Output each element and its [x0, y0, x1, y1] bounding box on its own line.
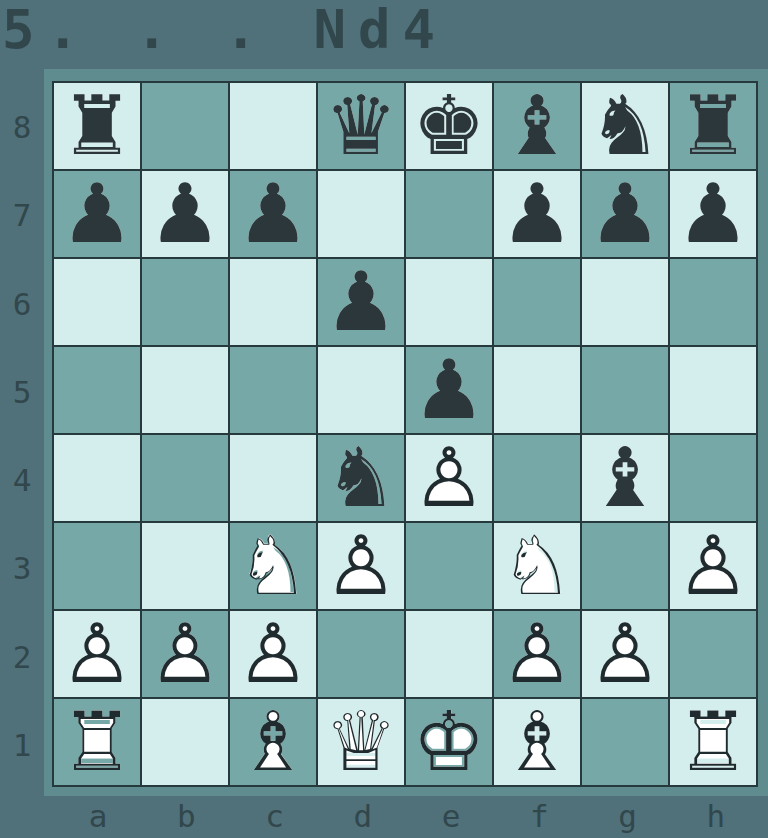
white-queen-outline-layer: ♕ — [318, 699, 404, 785]
white-king-outline-layer: ♔ — [406, 699, 492, 785]
piece-white-pawn-icon[interactable]: ♟♙ — [54, 611, 140, 697]
square-g8[interactable]: ♞♞ — [582, 83, 668, 169]
black-rook-outline-layer: ♜ — [670, 83, 756, 169]
square-a3[interactable] — [54, 523, 140, 609]
square-b3[interactable] — [142, 523, 228, 609]
square-g4[interactable]: ♝♝ — [582, 435, 668, 521]
square-c5[interactable] — [230, 347, 316, 433]
square-f1[interactable]: ♝♗ — [494, 699, 580, 785]
file-labels: abcdefgh — [54, 796, 760, 836]
piece-black-pawn-icon[interactable]: ♟♟ — [494, 171, 580, 257]
square-c3[interactable]: ♞♘ — [230, 523, 316, 609]
rank-label-3: 3 — [0, 524, 44, 612]
piece-white-knight-icon[interactable]: ♞♘ — [230, 523, 316, 609]
square-g1[interactable] — [582, 699, 668, 785]
square-f7[interactable]: ♟♟ — [494, 171, 580, 257]
square-e2[interactable] — [406, 611, 492, 697]
square-f6[interactable] — [494, 259, 580, 345]
white-rook-outline-layer: ♖ — [54, 699, 140, 785]
piece-white-pawn-icon[interactable]: ♟♙ — [670, 523, 756, 609]
piece-white-pawn-icon[interactable]: ♟♙ — [318, 523, 404, 609]
square-e3[interactable] — [406, 523, 492, 609]
file-label-b: b — [142, 796, 230, 836]
white-bishop-outline-layer: ♗ — [230, 699, 316, 785]
piece-black-queen-icon[interactable]: ♛♛ — [318, 83, 404, 169]
rank-label-8: 8 — [0, 83, 44, 171]
square-e7[interactable] — [406, 171, 492, 257]
square-a4[interactable] — [54, 435, 140, 521]
black-knight-outline-layer: ♞ — [582, 83, 668, 169]
rank-label-4: 4 — [0, 436, 44, 524]
square-e6[interactable] — [406, 259, 492, 345]
white-pawn-outline-layer: ♙ — [318, 523, 404, 609]
white-pawn-outline-layer: ♙ — [406, 435, 492, 521]
square-e5[interactable]: ♟♟ — [406, 347, 492, 433]
square-c4[interactable] — [230, 435, 316, 521]
file-label-f: f — [495, 796, 583, 836]
piece-white-pawn-icon[interactable]: ♟♙ — [406, 435, 492, 521]
file-label-h: h — [672, 796, 760, 836]
piece-white-queen-icon[interactable]: ♛♕ — [318, 699, 404, 785]
square-a6[interactable] — [54, 259, 140, 345]
square-h7[interactable]: ♟♟ — [670, 171, 756, 257]
white-bishop-outline-layer: ♗ — [494, 699, 580, 785]
square-a2[interactable]: ♟♙ — [54, 611, 140, 697]
piece-white-king-icon[interactable]: ♚♔ — [406, 699, 492, 785]
square-h1[interactable]: ♜♖ — [670, 699, 756, 785]
board-grid: ♜♜♛♛♚♚♝♝♞♞♜♜♟♟♟♟♟♟♟♟♟♟♟♟♟♟♟♟♞♞♟♙♝♝♞♘♟♙♞♘… — [52, 81, 758, 787]
piece-white-bishop-icon[interactable]: ♝♗ — [494, 699, 580, 785]
square-g2[interactable]: ♟♙ — [582, 611, 668, 697]
square-d8[interactable]: ♛♛ — [318, 83, 404, 169]
square-g5[interactable] — [582, 347, 668, 433]
square-b4[interactable] — [142, 435, 228, 521]
square-h4[interactable] — [670, 435, 756, 521]
black-pawn-outline-layer: ♟ — [582, 171, 668, 257]
white-knight-outline-layer: ♘ — [494, 523, 580, 609]
piece-white-pawn-icon[interactable]: ♟♙ — [142, 611, 228, 697]
piece-black-pawn-icon[interactable]: ♟♟ — [406, 347, 492, 433]
square-c7[interactable]: ♟♟ — [230, 171, 316, 257]
square-b6[interactable] — [142, 259, 228, 345]
square-d7[interactable] — [318, 171, 404, 257]
square-h8[interactable]: ♜♜ — [670, 83, 756, 169]
black-bishop-outline-layer: ♝ — [582, 435, 668, 521]
black-bishop-outline-layer: ♝ — [494, 83, 580, 169]
black-pawn-outline-layer: ♟ — [54, 171, 140, 257]
piece-black-knight-icon[interactable]: ♞♞ — [318, 435, 404, 521]
square-h5[interactable] — [670, 347, 756, 433]
piece-white-pawn-icon[interactable]: ♟♙ — [582, 611, 668, 697]
white-pawn-outline-layer: ♙ — [230, 611, 316, 697]
piece-black-knight-icon[interactable]: ♞♞ — [582, 83, 668, 169]
white-knight-outline-layer: ♘ — [230, 523, 316, 609]
piece-black-bishop-icon[interactable]: ♝♝ — [582, 435, 668, 521]
square-b1[interactable] — [142, 699, 228, 785]
square-a8[interactable]: ♜♜ — [54, 83, 140, 169]
square-e1[interactable]: ♚♔ — [406, 699, 492, 785]
white-pawn-outline-layer: ♙ — [670, 523, 756, 609]
black-queen-outline-layer: ♛ — [318, 83, 404, 169]
square-a5[interactable] — [54, 347, 140, 433]
square-d1[interactable]: ♛♕ — [318, 699, 404, 785]
square-g3[interactable] — [582, 523, 668, 609]
black-pawn-outline-layer: ♟ — [670, 171, 756, 257]
square-f5[interactable] — [494, 347, 580, 433]
square-c6[interactable] — [230, 259, 316, 345]
white-pawn-outline-layer: ♙ — [54, 611, 140, 697]
square-h2[interactable] — [670, 611, 756, 697]
black-knight-outline-layer: ♞ — [318, 435, 404, 521]
square-f4[interactable] — [494, 435, 580, 521]
file-label-c: c — [231, 796, 319, 836]
square-b5[interactable] — [142, 347, 228, 433]
square-a1[interactable]: ♜♖ — [54, 699, 140, 785]
square-e8[interactable]: ♚♚ — [406, 83, 492, 169]
piece-black-pawn-icon[interactable]: ♟♟ — [142, 171, 228, 257]
board-frame: ♜♜♛♛♚♚♝♝♞♞♜♜♟♟♟♟♟♟♟♟♟♟♟♟♟♟♟♟♞♞♟♙♝♝♞♘♟♙♞♘… — [44, 69, 768, 796]
page: 5. . . Nd4 87654321 ♜♜♛♛♚♚♝♝♞♞♜♜♟♟♟♟♟♟♟♟… — [0, 0, 768, 838]
square-c1[interactable]: ♝♗ — [230, 699, 316, 785]
piece-black-pawn-icon[interactable]: ♟♟ — [54, 171, 140, 257]
square-e4[interactable]: ♟♙ — [406, 435, 492, 521]
white-pawn-outline-layer: ♙ — [494, 611, 580, 697]
square-g7[interactable]: ♟♟ — [582, 171, 668, 257]
black-pawn-outline-layer: ♟ — [230, 171, 316, 257]
rank-label-5: 5 — [0, 348, 44, 436]
piece-white-knight-icon[interactable]: ♞♘ — [494, 523, 580, 609]
square-d6[interactable]: ♟♟ — [318, 259, 404, 345]
move-title: 5. . . Nd4 — [2, 2, 447, 58]
rank-label-6: 6 — [0, 260, 44, 348]
square-b8[interactable] — [142, 83, 228, 169]
piece-white-pawn-icon[interactable]: ♟♙ — [230, 611, 316, 697]
white-pawn-outline-layer: ♙ — [582, 611, 668, 697]
square-b7[interactable]: ♟♟ — [142, 171, 228, 257]
piece-black-rook-icon[interactable]: ♜♜ — [54, 83, 140, 169]
piece-black-pawn-icon[interactable]: ♟♟ — [230, 171, 316, 257]
square-d2[interactable] — [318, 611, 404, 697]
square-h3[interactable]: ♟♙ — [670, 523, 756, 609]
black-pawn-outline-layer: ♟ — [406, 347, 492, 433]
piece-white-pawn-icon[interactable]: ♟♙ — [494, 611, 580, 697]
square-f8[interactable]: ♝♝ — [494, 83, 580, 169]
rank-label-1: 1 — [0, 701, 44, 789]
piece-black-king-icon[interactable]: ♚♚ — [406, 83, 492, 169]
file-label-e: e — [407, 796, 495, 836]
black-pawn-outline-layer: ♟ — [142, 171, 228, 257]
file-label-a: a — [54, 796, 142, 836]
square-c2[interactable]: ♟♙ — [230, 611, 316, 697]
piece-black-bishop-icon[interactable]: ♝♝ — [494, 83, 580, 169]
rank-labels: 87654321 — [0, 83, 44, 789]
square-f2[interactable]: ♟♙ — [494, 611, 580, 697]
black-pawn-outline-layer: ♟ — [318, 259, 404, 345]
square-c8[interactable] — [230, 83, 316, 169]
piece-black-pawn-icon[interactable]: ♟♟ — [318, 259, 404, 345]
square-a7[interactable]: ♟♟ — [54, 171, 140, 257]
piece-black-rook-icon[interactable]: ♜♜ — [670, 83, 756, 169]
white-rook-outline-layer: ♖ — [670, 699, 756, 785]
square-g6[interactable] — [582, 259, 668, 345]
piece-white-rook-icon[interactable]: ♜♖ — [670, 699, 756, 785]
square-b2[interactable]: ♟♙ — [142, 611, 228, 697]
white-pawn-outline-layer: ♙ — [142, 611, 228, 697]
black-rook-outline-layer: ♜ — [54, 83, 140, 169]
rank-label-2: 2 — [0, 613, 44, 701]
square-d3[interactable]: ♟♙ — [318, 523, 404, 609]
file-label-g: g — [584, 796, 672, 836]
black-king-outline-layer: ♚ — [406, 83, 492, 169]
black-pawn-outline-layer: ♟ — [494, 171, 580, 257]
square-d4[interactable]: ♞♞ — [318, 435, 404, 521]
square-d5[interactable] — [318, 347, 404, 433]
file-label-d: d — [319, 796, 407, 836]
piece-white-rook-icon[interactable]: ♜♖ — [54, 699, 140, 785]
rank-label-7: 7 — [0, 171, 44, 259]
piece-black-pawn-icon[interactable]: ♟♟ — [670, 171, 756, 257]
piece-black-pawn-icon[interactable]: ♟♟ — [582, 171, 668, 257]
square-h6[interactable] — [670, 259, 756, 345]
piece-white-bishop-icon[interactable]: ♝♗ — [230, 699, 316, 785]
square-f3[interactable]: ♞♘ — [494, 523, 580, 609]
